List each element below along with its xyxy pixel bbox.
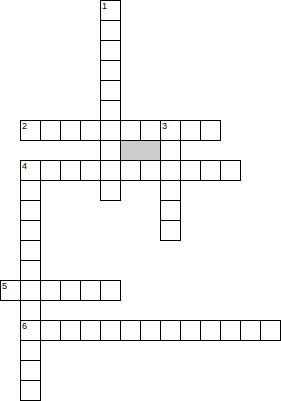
- cell-r11-c1[interactable]: [20, 220, 41, 241]
- cell-r16-c3[interactable]: [60, 320, 81, 341]
- cell-r6-c9[interactable]: [180, 120, 201, 141]
- cell-r8-c11[interactable]: [220, 160, 241, 181]
- cell-r18-c1[interactable]: [20, 360, 41, 381]
- cell-r10-c1[interactable]: [20, 200, 41, 221]
- cell-r6-c7[interactable]: [140, 120, 161, 141]
- cell-r12-c1[interactable]: [20, 240, 41, 261]
- cell-r16-c7[interactable]: [140, 320, 161, 341]
- cell-r6-c1[interactable]: [20, 120, 41, 141]
- cell-r16-c12[interactable]: [240, 320, 261, 341]
- cell-r6-c4[interactable]: [80, 120, 101, 141]
- cell-r8-c7[interactable]: [140, 160, 161, 181]
- cell-r16-c11[interactable]: [220, 320, 241, 341]
- cell-r8-c5[interactable]: [100, 160, 121, 181]
- cell-r6-c3[interactable]: [60, 120, 81, 141]
- cell-r8-c8[interactable]: [160, 160, 181, 181]
- cell-r8-c10[interactable]: [200, 160, 221, 181]
- cell-r8-c3[interactable]: [60, 160, 81, 181]
- cell-r5-c5[interactable]: [100, 100, 121, 121]
- cell-r15-c1[interactable]: [20, 300, 41, 321]
- cell-r13-c1[interactable]: [20, 260, 41, 281]
- cell-r6-c6[interactable]: [120, 120, 141, 141]
- cell-r8-c4[interactable]: [80, 160, 101, 181]
- cell-r16-c10[interactable]: [200, 320, 221, 341]
- cell-r16-c5[interactable]: [100, 320, 121, 341]
- cell-r14-c0[interactable]: [0, 280, 21, 301]
- cell-r14-c3[interactable]: [60, 280, 81, 301]
- cell-r3-c5[interactable]: [100, 60, 121, 81]
- cell-r16-c9[interactable]: [180, 320, 201, 341]
- cell-r9-c5[interactable]: [100, 180, 121, 201]
- cell-r6-c10[interactable]: [200, 120, 221, 141]
- cell-r14-c1[interactable]: [20, 280, 41, 301]
- cell-r16-c6[interactable]: [120, 320, 141, 341]
- cell-r8-c2[interactable]: [40, 160, 61, 181]
- cell-r2-c5[interactable]: [100, 40, 121, 61]
- cell-r7-c5[interactable]: [100, 140, 121, 161]
- cell-r9-c1[interactable]: [20, 180, 41, 201]
- cell-r9-c8[interactable]: [160, 180, 181, 201]
- cell-r6-c5[interactable]: [100, 120, 121, 141]
- cell-r1-c5[interactable]: [100, 20, 121, 41]
- cell-r14-c4[interactable]: [80, 280, 101, 301]
- cell-r10-c8[interactable]: [160, 200, 181, 221]
- cell-r19-c1[interactable]: [20, 380, 41, 401]
- cell-r14-c2[interactable]: [40, 280, 61, 301]
- cell-r8-c1[interactable]: [20, 160, 41, 181]
- cell-r16-c4[interactable]: [80, 320, 101, 341]
- cell-r8-c9[interactable]: [180, 160, 201, 181]
- cell-r16-c1[interactable]: [20, 320, 41, 341]
- cell-r16-c2[interactable]: [40, 320, 61, 341]
- cell-r7-c8[interactable]: [160, 140, 181, 161]
- cell-r16-c13[interactable]: [260, 320, 281, 341]
- blocked-cell: [120, 140, 161, 161]
- cell-r4-c5[interactable]: [100, 80, 121, 101]
- cell-r6-c8[interactable]: [160, 120, 181, 141]
- cell-r16-c8[interactable]: [160, 320, 181, 341]
- cell-r14-c5[interactable]: [100, 280, 121, 301]
- cell-r17-c1[interactable]: [20, 340, 41, 361]
- cell-r8-c6[interactable]: [120, 160, 141, 181]
- cell-r0-c5[interactable]: [100, 0, 121, 21]
- cell-r6-c2[interactable]: [40, 120, 61, 141]
- crossword-board: 123456: [0, 0, 281, 401]
- cell-r11-c8[interactable]: [160, 220, 181, 241]
